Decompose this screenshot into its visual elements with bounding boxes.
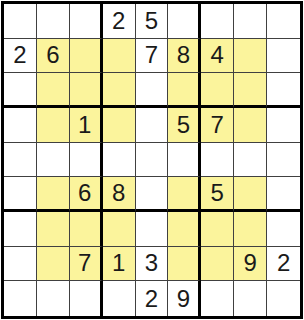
sudoku-board: 25267841576857139229 [1, 1, 303, 319]
cell-r5c2[interactable] [37, 143, 70, 178]
cell-r4c3[interactable]: 1 [70, 108, 103, 143]
cell-r8c4[interactable]: 1 [103, 247, 136, 282]
cell-r6c4[interactable]: 8 [103, 177, 136, 212]
cell-r6c8[interactable] [234, 177, 267, 212]
cell-r3c9[interactable] [267, 73, 300, 108]
cell-r2c3[interactable] [70, 39, 103, 74]
cell-r6c1[interactable] [4, 177, 37, 212]
cell-r7c5[interactable] [136, 212, 169, 247]
cell-r9c1[interactable] [4, 281, 37, 316]
cell-r1c5[interactable]: 5 [136, 4, 169, 39]
cell-r2c9[interactable] [267, 39, 300, 74]
cell-r7c3[interactable] [70, 212, 103, 247]
cell-r3c5[interactable] [136, 73, 169, 108]
cell-r8c8[interactable]: 9 [234, 247, 267, 282]
cell-r8c7[interactable] [201, 247, 234, 282]
cell-r6c7[interactable]: 5 [201, 177, 234, 212]
cell-r8c1[interactable] [4, 247, 37, 282]
cell-r2c1[interactable]: 2 [4, 39, 37, 74]
cell-r5c9[interactable] [267, 143, 300, 178]
cell-r9c9[interactable] [267, 281, 300, 316]
cell-r4c8[interactable] [234, 108, 267, 143]
cell-r7c9[interactable] [267, 212, 300, 247]
cell-r6c5[interactable] [136, 177, 169, 212]
cell-r6c3[interactable]: 6 [70, 177, 103, 212]
cell-r9c3[interactable] [70, 281, 103, 316]
cell-r9c6[interactable]: 9 [168, 281, 201, 316]
cell-r4c7[interactable]: 7 [201, 108, 234, 143]
cell-r2c7[interactable]: 4 [201, 39, 234, 74]
cell-r8c5[interactable]: 3 [136, 247, 169, 282]
cell-r1c2[interactable] [37, 4, 70, 39]
cell-r8c3[interactable]: 7 [70, 247, 103, 282]
cell-r4c5[interactable] [136, 108, 169, 143]
cell-r6c9[interactable] [267, 177, 300, 212]
cell-r1c4[interactable]: 2 [103, 4, 136, 39]
cell-r8c6[interactable] [168, 247, 201, 282]
cell-r1c7[interactable] [201, 4, 234, 39]
cell-r4c6[interactable]: 5 [168, 108, 201, 143]
cell-r1c1[interactable] [4, 4, 37, 39]
cell-r4c2[interactable] [37, 108, 70, 143]
cell-r9c2[interactable] [37, 281, 70, 316]
cell-r7c1[interactable] [4, 212, 37, 247]
cell-r3c7[interactable] [201, 73, 234, 108]
cell-r6c6[interactable] [168, 177, 201, 212]
cell-r5c4[interactable] [103, 143, 136, 178]
cell-r5c3[interactable] [70, 143, 103, 178]
cell-r2c2[interactable]: 6 [37, 39, 70, 74]
sudoku-page: 25267841576857139229 [0, 0, 304, 320]
cell-r7c2[interactable] [37, 212, 70, 247]
cell-r7c8[interactable] [234, 212, 267, 247]
cell-r5c8[interactable] [234, 143, 267, 178]
cell-r9c8[interactable] [234, 281, 267, 316]
cell-r3c6[interactable] [168, 73, 201, 108]
cell-r5c6[interactable] [168, 143, 201, 178]
cell-r5c1[interactable] [4, 143, 37, 178]
cell-r4c9[interactable] [267, 108, 300, 143]
cell-r5c7[interactable] [201, 143, 234, 178]
cell-r3c8[interactable] [234, 73, 267, 108]
cell-r4c4[interactable] [103, 108, 136, 143]
cell-r2c4[interactable] [103, 39, 136, 74]
cell-r1c8[interactable] [234, 4, 267, 39]
cell-r3c1[interactable] [4, 73, 37, 108]
cell-r7c6[interactable] [168, 212, 201, 247]
cell-r2c6[interactable]: 8 [168, 39, 201, 74]
cell-r7c4[interactable] [103, 212, 136, 247]
cell-r1c3[interactable] [70, 4, 103, 39]
cell-r9c5[interactable]: 2 [136, 281, 169, 316]
cell-r4c1[interactable] [4, 108, 37, 143]
cell-r8c9[interactable]: 2 [267, 247, 300, 282]
cell-r8c2[interactable] [37, 247, 70, 282]
cell-r1c6[interactable] [168, 4, 201, 39]
cell-r6c2[interactable] [37, 177, 70, 212]
cell-r1c9[interactable] [267, 4, 300, 39]
cell-r2c8[interactable] [234, 39, 267, 74]
cell-r3c3[interactable] [70, 73, 103, 108]
cell-r3c2[interactable] [37, 73, 70, 108]
cell-r7c7[interactable] [201, 212, 234, 247]
cell-r3c4[interactable] [103, 73, 136, 108]
cell-r9c7[interactable] [201, 281, 234, 316]
cell-r5c5[interactable] [136, 143, 169, 178]
cell-r2c5[interactable]: 7 [136, 39, 169, 74]
cell-r9c4[interactable] [103, 281, 136, 316]
